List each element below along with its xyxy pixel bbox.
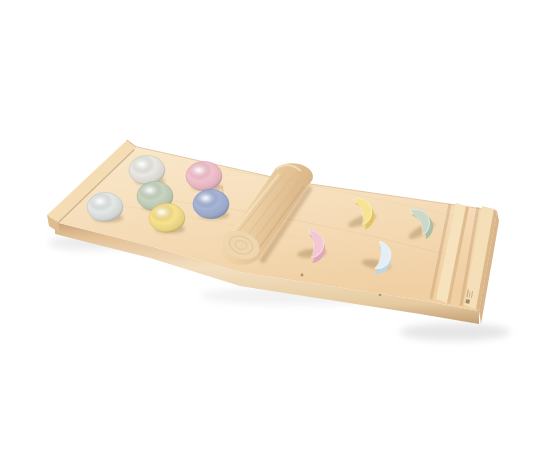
shadow-right [400, 323, 510, 341]
balance-board-product-photo [0, 0, 550, 468]
screw-hole-dot [301, 274, 304, 277]
screw-hole-dot [379, 294, 382, 297]
photo-canvas [0, 0, 550, 468]
